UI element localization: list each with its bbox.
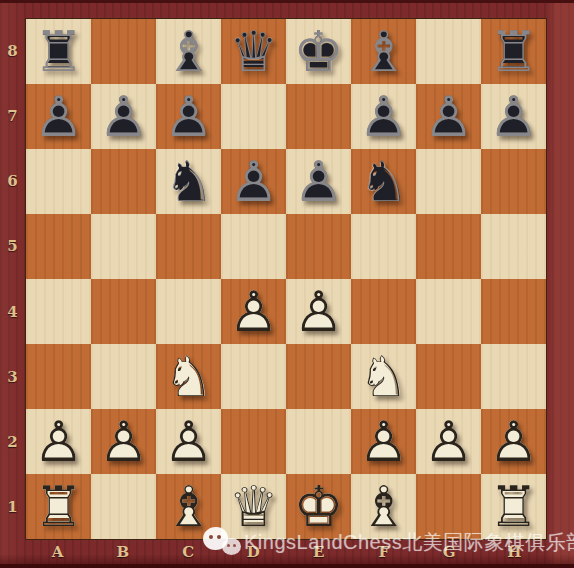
square-b8 bbox=[91, 19, 156, 84]
square-e2 bbox=[286, 409, 351, 474]
square-c6: ♞♘ bbox=[156, 149, 221, 214]
piece-black-rook: ♜♖ bbox=[481, 19, 546, 84]
square-b3 bbox=[91, 344, 156, 409]
piece-white-queen: ♛♕ bbox=[221, 474, 286, 539]
square-h6 bbox=[481, 149, 546, 214]
board-frame: 87654321 ♜♖♝♗♛♕♚♔♝♗♜♖♟♙♟♙♟♙♟♙♟♙♟♙♞♘♟♙♟♙♞… bbox=[0, 0, 574, 568]
square-b6 bbox=[91, 149, 156, 214]
piece-black-knight: ♞♘ bbox=[351, 149, 416, 214]
rank-labels: 87654321 bbox=[0, 18, 25, 540]
piece-black-pawn: ♟♙ bbox=[481, 84, 546, 149]
rank-label-4: 4 bbox=[0, 279, 25, 344]
file-label-f: F bbox=[351, 540, 416, 564]
file-label-g: G bbox=[417, 540, 482, 564]
piece-white-bishop: ♝♗ bbox=[156, 474, 221, 539]
piece-white-pawn: ♟♙ bbox=[416, 409, 481, 474]
file-label-b: B bbox=[90, 540, 155, 564]
square-a8: ♜♖ bbox=[26, 19, 91, 84]
square-f3: ♞♘ bbox=[351, 344, 416, 409]
square-c3: ♞♘ bbox=[156, 344, 221, 409]
square-b2: ♟♙ bbox=[91, 409, 156, 474]
square-b7: ♟♙ bbox=[91, 84, 156, 149]
square-c5 bbox=[156, 214, 221, 279]
square-b4 bbox=[91, 279, 156, 344]
square-f4 bbox=[351, 279, 416, 344]
piece-black-pawn: ♟♙ bbox=[26, 84, 91, 149]
square-e7 bbox=[286, 84, 351, 149]
piece-white-rook: ♜♖ bbox=[26, 474, 91, 539]
square-g2: ♟♙ bbox=[416, 409, 481, 474]
square-e6: ♟♙ bbox=[286, 149, 351, 214]
file-label-d: D bbox=[221, 540, 286, 564]
file-label-e: E bbox=[286, 540, 351, 564]
piece-white-king: ♚♔ bbox=[286, 474, 351, 539]
piece-black-pawn: ♟♙ bbox=[221, 149, 286, 214]
square-a4 bbox=[26, 279, 91, 344]
square-f8: ♝♗ bbox=[351, 19, 416, 84]
square-h3 bbox=[481, 344, 546, 409]
file-label-a: A bbox=[25, 540, 90, 564]
square-a2: ♟♙ bbox=[26, 409, 91, 474]
piece-white-rook: ♜♖ bbox=[481, 474, 546, 539]
square-g4 bbox=[416, 279, 481, 344]
square-g3 bbox=[416, 344, 481, 409]
piece-white-pawn: ♟♙ bbox=[481, 409, 546, 474]
square-e5 bbox=[286, 214, 351, 279]
square-c7: ♟♙ bbox=[156, 84, 221, 149]
square-f7: ♟♙ bbox=[351, 84, 416, 149]
square-g6 bbox=[416, 149, 481, 214]
square-f6: ♞♘ bbox=[351, 149, 416, 214]
square-h4 bbox=[481, 279, 546, 344]
square-g1 bbox=[416, 474, 481, 539]
square-a6 bbox=[26, 149, 91, 214]
square-a7: ♟♙ bbox=[26, 84, 91, 149]
piece-white-pawn: ♟♙ bbox=[221, 279, 286, 344]
square-c2: ♟♙ bbox=[156, 409, 221, 474]
file-label-h: H bbox=[482, 540, 547, 564]
square-a5 bbox=[26, 214, 91, 279]
square-d8: ♛♕ bbox=[221, 19, 286, 84]
piece-white-bishop: ♝♗ bbox=[351, 474, 416, 539]
square-d6: ♟♙ bbox=[221, 149, 286, 214]
piece-black-rook: ♜♖ bbox=[26, 19, 91, 84]
square-b1 bbox=[91, 474, 156, 539]
rank-label-2: 2 bbox=[0, 410, 25, 475]
square-e8: ♚♔ bbox=[286, 19, 351, 84]
square-h5 bbox=[481, 214, 546, 279]
piece-white-knight: ♞♘ bbox=[156, 344, 221, 409]
square-d5 bbox=[221, 214, 286, 279]
square-d4: ♟♙ bbox=[221, 279, 286, 344]
square-d2 bbox=[221, 409, 286, 474]
piece-black-pawn: ♟♙ bbox=[416, 84, 481, 149]
piece-black-pawn: ♟♙ bbox=[156, 84, 221, 149]
square-h2: ♟♙ bbox=[481, 409, 546, 474]
rank-label-8: 8 bbox=[0, 18, 25, 83]
piece-black-pawn: ♟♙ bbox=[91, 84, 156, 149]
piece-white-pawn: ♟♙ bbox=[156, 409, 221, 474]
rank-label-6: 6 bbox=[0, 149, 25, 214]
square-c8: ♝♗ bbox=[156, 19, 221, 84]
rank-label-5: 5 bbox=[0, 214, 25, 279]
square-f5 bbox=[351, 214, 416, 279]
file-labels: ABCDEFGH bbox=[25, 540, 547, 564]
square-e3 bbox=[286, 344, 351, 409]
piece-white-pawn: ♟♙ bbox=[286, 279, 351, 344]
square-h1: ♜♖ bbox=[481, 474, 546, 539]
piece-white-knight: ♞♘ bbox=[351, 344, 416, 409]
piece-white-pawn: ♟♙ bbox=[26, 409, 91, 474]
rank-label-3: 3 bbox=[0, 344, 25, 409]
square-e4: ♟♙ bbox=[286, 279, 351, 344]
piece-black-bishop: ♝♗ bbox=[156, 19, 221, 84]
rank-label-1: 1 bbox=[0, 475, 25, 540]
piece-black-knight: ♞♘ bbox=[156, 149, 221, 214]
square-b5 bbox=[91, 214, 156, 279]
square-d7 bbox=[221, 84, 286, 149]
square-g5 bbox=[416, 214, 481, 279]
square-f2: ♟♙ bbox=[351, 409, 416, 474]
piece-white-pawn: ♟♙ bbox=[91, 409, 156, 474]
square-h8: ♜♖ bbox=[481, 19, 546, 84]
square-a3 bbox=[26, 344, 91, 409]
square-c1: ♝♗ bbox=[156, 474, 221, 539]
square-d1: ♛♕ bbox=[221, 474, 286, 539]
square-f1: ♝♗ bbox=[351, 474, 416, 539]
piece-black-bishop: ♝♗ bbox=[351, 19, 416, 84]
square-e1: ♚♔ bbox=[286, 474, 351, 539]
rank-label-7: 7 bbox=[0, 83, 25, 148]
square-h7: ♟♙ bbox=[481, 84, 546, 149]
file-label-c: C bbox=[156, 540, 221, 564]
piece-white-pawn: ♟♙ bbox=[351, 409, 416, 474]
square-g7: ♟♙ bbox=[416, 84, 481, 149]
piece-black-pawn: ♟♙ bbox=[351, 84, 416, 149]
chess-board: ♜♖♝♗♛♕♚♔♝♗♜♖♟♙♟♙♟♙♟♙♟♙♟♙♞♘♟♙♟♙♞♘♟♙♟♙♞♘♞♘… bbox=[25, 18, 547, 540]
square-a1: ♜♖ bbox=[26, 474, 91, 539]
square-d3 bbox=[221, 344, 286, 409]
piece-black-king: ♚♔ bbox=[286, 19, 351, 84]
square-c4 bbox=[156, 279, 221, 344]
piece-black-queen: ♛♕ bbox=[221, 19, 286, 84]
square-g8 bbox=[416, 19, 481, 84]
piece-black-pawn: ♟♙ bbox=[286, 149, 351, 214]
